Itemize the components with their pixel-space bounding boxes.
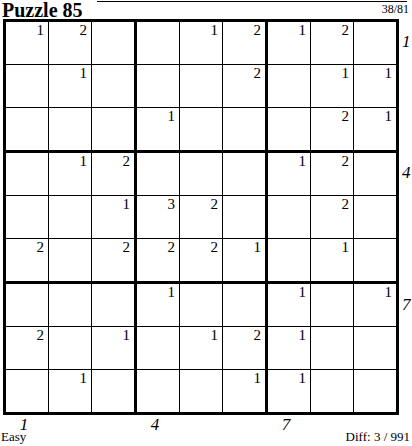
cell-r4c5[interactable] bbox=[180, 153, 223, 196]
cell-r1c4[interactable] bbox=[137, 22, 180, 65]
cell-r3c7[interactable] bbox=[268, 108, 311, 153]
cell-r6c5[interactable]: 2 bbox=[180, 239, 223, 284]
cell-r1c5[interactable]: 1 bbox=[180, 22, 223, 65]
cell-r3c6[interactable] bbox=[223, 108, 268, 153]
cell-r2c9[interactable]: 1 bbox=[354, 65, 396, 108]
puzzle-board: 12121212111211212132222221111121121111 bbox=[3, 19, 399, 415]
cell-r8c4[interactable] bbox=[137, 327, 180, 370]
cell-r4c8[interactable]: 2 bbox=[311, 153, 354, 196]
cell-r1c3[interactable] bbox=[92, 22, 137, 65]
cell-r7c4[interactable]: 1 bbox=[137, 284, 180, 327]
cell-r5c5[interactable]: 2 bbox=[180, 196, 223, 239]
cell-r6c4[interactable]: 2 bbox=[137, 239, 180, 284]
cell-r4c1[interactable] bbox=[6, 153, 49, 196]
cell-r9c9[interactable] bbox=[354, 370, 396, 412]
cell-r2c6[interactable]: 2 bbox=[223, 65, 268, 108]
cell-r9c6[interactable]: 1 bbox=[223, 370, 268, 412]
difficulty-label: Easy bbox=[1, 429, 26, 445]
row-label-1: 1 bbox=[402, 33, 412, 51]
header-rule bbox=[97, 1, 407, 2]
cell-r5c6[interactable] bbox=[223, 196, 268, 239]
cell-r2c8[interactable]: 1 bbox=[311, 65, 354, 108]
cell-r2c2[interactable]: 1 bbox=[49, 65, 92, 108]
cell-r6c2[interactable] bbox=[49, 239, 92, 284]
cell-r4c4[interactable] bbox=[137, 153, 180, 196]
cell-r4c9[interactable] bbox=[354, 153, 396, 196]
cell-r6c3[interactable]: 2 bbox=[92, 239, 137, 284]
col-label-7: 7 bbox=[276, 416, 296, 434]
cell-r9c2[interactable]: 1 bbox=[49, 370, 92, 412]
cell-r6c8[interactable]: 1 bbox=[311, 239, 354, 284]
cell-r5c7[interactable] bbox=[268, 196, 311, 239]
cell-r5c4[interactable]: 3 bbox=[137, 196, 180, 239]
cell-r4c2[interactable]: 1 bbox=[49, 153, 92, 196]
cell-r1c7[interactable]: 1 bbox=[268, 22, 311, 65]
cell-r4c6[interactable] bbox=[223, 153, 268, 196]
cell-r8c2[interactable] bbox=[49, 327, 92, 370]
cell-r3c3[interactable] bbox=[92, 108, 137, 153]
cell-r7c2[interactable] bbox=[49, 284, 92, 327]
cell-r1c2[interactable]: 2 bbox=[49, 22, 92, 65]
cell-r2c3[interactable] bbox=[92, 65, 137, 108]
cell-r9c3[interactable] bbox=[92, 370, 137, 412]
cell-r9c7[interactable]: 1 bbox=[268, 370, 311, 412]
cell-r8c9[interactable] bbox=[354, 327, 396, 370]
cell-r3c9[interactable]: 1 bbox=[354, 108, 396, 153]
cell-r7c5[interactable] bbox=[180, 284, 223, 327]
cell-r7c7[interactable]: 1 bbox=[268, 284, 311, 327]
cell-r7c3[interactable] bbox=[92, 284, 137, 327]
cell-r3c8[interactable]: 2 bbox=[311, 108, 354, 153]
row-label-4: 4 bbox=[402, 164, 412, 182]
cell-r7c6[interactable] bbox=[223, 284, 268, 327]
cell-r4c7[interactable]: 1 bbox=[268, 153, 311, 196]
clue-counter: 38/81 bbox=[382, 2, 409, 17]
cell-r2c7[interactable] bbox=[268, 65, 311, 108]
cell-r7c8[interactable] bbox=[311, 284, 354, 327]
cell-r3c1[interactable] bbox=[6, 108, 49, 153]
cell-r3c5[interactable] bbox=[180, 108, 223, 153]
cell-r3c4[interactable]: 1 bbox=[137, 108, 180, 153]
cell-r2c5[interactable] bbox=[180, 65, 223, 108]
cell-r6c9[interactable] bbox=[354, 239, 396, 284]
cell-r6c6[interactable]: 1 bbox=[223, 239, 268, 284]
puzzle-page: Puzzle 85 38/81 121212121112112121322222… bbox=[0, 0, 412, 446]
cell-r1c6[interactable]: 2 bbox=[223, 22, 268, 65]
cell-r7c1[interactable] bbox=[6, 284, 49, 327]
cell-r5c2[interactable] bbox=[49, 196, 92, 239]
cell-r8c3[interactable]: 1 bbox=[92, 327, 137, 370]
cell-r8c5[interactable]: 1 bbox=[180, 327, 223, 370]
cell-r1c8[interactable]: 2 bbox=[311, 22, 354, 65]
cell-r5c3[interactable]: 1 bbox=[92, 196, 137, 239]
row-label-7: 7 bbox=[402, 296, 412, 314]
cell-r1c9[interactable] bbox=[354, 22, 396, 65]
cell-r8c6[interactable]: 2 bbox=[223, 327, 268, 370]
cell-r1c1[interactable]: 1 bbox=[6, 22, 49, 65]
cell-r9c4[interactable] bbox=[137, 370, 180, 412]
diff-score: Diff: 3 / 991 bbox=[346, 429, 410, 445]
cell-r2c4[interactable] bbox=[137, 65, 180, 108]
cell-r8c1[interactable]: 2 bbox=[6, 327, 49, 370]
cell-r9c5[interactable] bbox=[180, 370, 223, 412]
cell-r6c7[interactable] bbox=[268, 239, 311, 284]
cell-r5c1[interactable] bbox=[6, 196, 49, 239]
cell-r2c1[interactable] bbox=[6, 65, 49, 108]
col-label-4: 4 bbox=[145, 416, 165, 434]
cell-r5c8[interactable]: 2 bbox=[311, 196, 354, 239]
cell-r4c3[interactable]: 2 bbox=[92, 153, 137, 196]
cell-r8c8[interactable] bbox=[311, 327, 354, 370]
cell-r3c2[interactable] bbox=[49, 108, 92, 153]
cell-r8c7[interactable]: 1 bbox=[268, 327, 311, 370]
cell-r6c1[interactable]: 2 bbox=[6, 239, 49, 284]
cell-r9c8[interactable] bbox=[311, 370, 354, 412]
cell-r5c9[interactable] bbox=[354, 196, 396, 239]
cell-r7c9[interactable]: 1 bbox=[354, 284, 396, 327]
cell-r9c1[interactable] bbox=[6, 370, 49, 412]
